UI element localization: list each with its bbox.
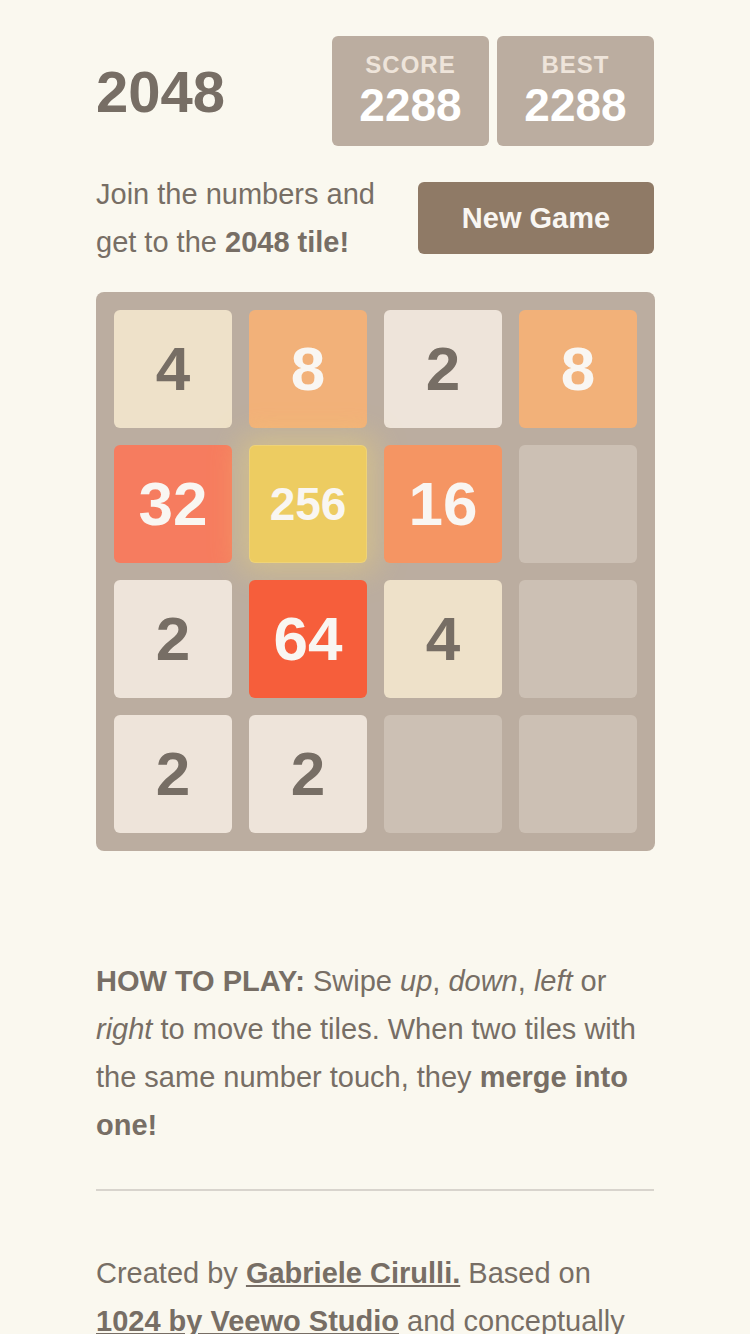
credits-created-by: Created by [96, 1257, 246, 1289]
best-value: 2288 [524, 79, 626, 132]
how-to-play-label: HOW TO PLAY: [96, 965, 305, 997]
cell-r1c2: 16 [384, 445, 502, 563]
cell-r1c1: 256 [249, 445, 367, 563]
cell-r2c2: 4 [384, 580, 502, 698]
howto-right-word: right [96, 1013, 152, 1045]
cell-r3c0: 2 [114, 715, 232, 833]
score-box: SCORE 2288 [332, 36, 489, 146]
veewo-studio-link[interactable]: 1024 by Veewo Studio [96, 1305, 399, 1334]
page-container: 2048 SCORE 2288 BEST 2288 Join the numbe… [96, 36, 654, 1334]
score-label: SCORE [365, 51, 455, 79]
cell-r2c0: 2 [114, 580, 232, 698]
credits-tail: and conceptually [399, 1305, 625, 1334]
howto-left-word: left [534, 965, 573, 997]
cell-r0c0: 4 [114, 310, 232, 428]
howto-comma2: , [518, 965, 534, 997]
score-value: 2288 [359, 79, 461, 132]
cell-r2c3 [519, 580, 637, 698]
footer-credits: Created by Gabriele Cirulli. Based on 10… [96, 1249, 654, 1334]
cell-r2c1: 64 [249, 580, 367, 698]
cell-r0c2: 2 [384, 310, 502, 428]
cell-r1c3 [519, 445, 637, 563]
how-to-play-text: HOW TO PLAY: Swipe up, down, left or rig… [96, 957, 654, 1149]
howto-down-word: down [448, 965, 517, 997]
new-game-button[interactable]: New Game [418, 182, 654, 254]
best-label: BEST [541, 51, 609, 79]
score-panel: SCORE 2288 BEST 2288 [332, 36, 654, 146]
header: 2048 SCORE 2288 BEST 2288 [96, 36, 654, 146]
credits-based-on: Based on [460, 1257, 591, 1289]
author-link[interactable]: Gabriele Cirulli. [246, 1257, 460, 1289]
cell-r0c1: 8 [249, 310, 367, 428]
cell-r3c3 [519, 715, 637, 833]
tagline: Join the numbers and get to the 2048 til… [96, 170, 406, 266]
game-board[interactable]: 4 8 2 8 32 256 16 2 64 4 2 2 [96, 292, 655, 851]
app-title: 2048 [96, 58, 225, 125]
cell-r0c3: 8 [519, 310, 637, 428]
cell-r3c2 [384, 715, 502, 833]
howto-comma1: , [432, 965, 448, 997]
cell-r3c1: 2 [249, 715, 367, 833]
howto-swipe: Swipe [305, 965, 400, 997]
best-box: BEST 2288 [497, 36, 654, 146]
cell-r1c0: 32 [114, 445, 232, 563]
howto-or: or [573, 965, 607, 997]
howto-up-word: up [400, 965, 432, 997]
tagline-goal: 2048 tile! [225, 226, 349, 258]
divider [96, 1189, 654, 1191]
intro-row: Join the numbers and get to the 2048 til… [96, 170, 654, 266]
